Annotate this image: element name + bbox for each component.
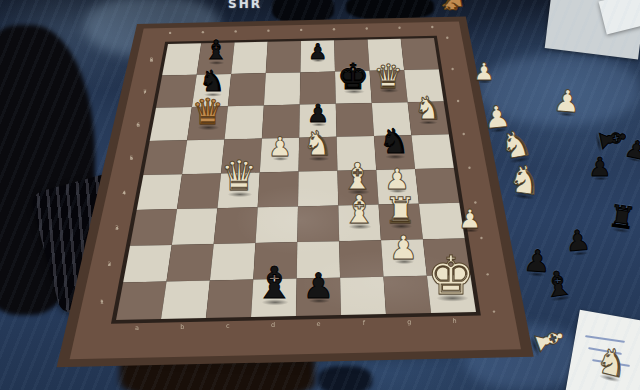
loose-piece-9-glyph: ♟ bbox=[564, 226, 591, 256]
loose-piece-11: ♝ bbox=[541, 265, 576, 303]
loose-piece-9: ♟ bbox=[564, 226, 591, 256]
loose-piece-13-glyph: ♞ bbox=[437, 0, 467, 17]
loose-piece-6: ♟ bbox=[588, 154, 611, 180]
loose-piece-2-glyph: ♟ bbox=[552, 85, 581, 117]
loose-piece-11-glyph: ♝ bbox=[541, 265, 576, 303]
loose-piece-8: ♜ bbox=[607, 201, 638, 234]
loose-piece-15: ♞ bbox=[592, 342, 632, 385]
loose-piece-8-glyph: ♜ bbox=[607, 201, 638, 234]
loose-piece-6-glyph: ♟ bbox=[588, 154, 611, 180]
loose-piece-13: ♞ bbox=[437, 0, 467, 17]
loose-piece-4: ♞ bbox=[505, 159, 544, 201]
loose-piece-14: ♝ bbox=[527, 319, 572, 362]
loose-piece-12: ♟ bbox=[458, 206, 481, 232]
loose-piece-4-glyph: ♞ bbox=[505, 159, 544, 201]
loose-piece-15-glyph: ♞ bbox=[592, 342, 632, 385]
loose-piece-12-glyph: ♟ bbox=[458, 206, 481, 232]
scene-photo: abcdefgh12345678 ♝♟♞♚♛♛♟♞♟♞♞♛♝♟♝♜♟♝♟♚ ♟♟… bbox=[0, 0, 640, 390]
loose-piece-0: ♟ bbox=[473, 60, 495, 84]
loose-piece-14-glyph: ♝ bbox=[527, 319, 572, 362]
loose-piece-0-glyph: ♟ bbox=[473, 60, 495, 84]
table-pieces-layer: ♟♟♟♞♞♝♟♟♜♟♟♝♟♞♝♞ bbox=[0, 0, 640, 390]
loose-piece-2: ♟ bbox=[552, 85, 581, 117]
